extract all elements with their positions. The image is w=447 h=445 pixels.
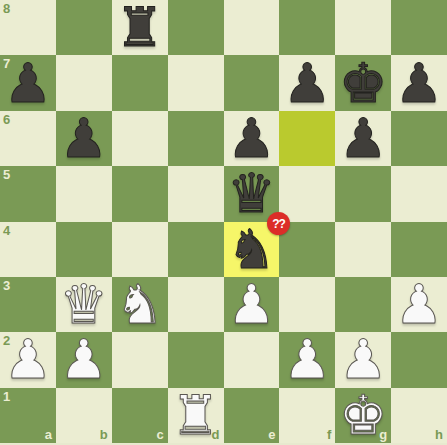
blunder-badge: ?? — [267, 212, 290, 235]
square-h5[interactable] — [391, 166, 447, 221]
white-knight-c3[interactable]: ♞ — [115, 277, 163, 332]
square-e2[interactable] — [224, 332, 280, 387]
square-f6[interactable] — [279, 111, 335, 166]
rank-label-4: 4 — [3, 224, 10, 237]
white-queen-b3[interactable]: ♛ — [60, 277, 108, 332]
file-label-e: e — [268, 428, 275, 441]
square-h3[interactable]: ♟ — [391, 277, 447, 332]
square-g4[interactable] — [335, 222, 391, 277]
white-pawn-b2[interactable]: ♟ — [60, 332, 108, 387]
white-pawn-h3[interactable]: ♟ — [395, 277, 443, 332]
square-f1[interactable]: f — [279, 388, 335, 443]
square-d2[interactable] — [168, 332, 224, 387]
square-d7[interactable] — [168, 55, 224, 110]
rank-label-1: 1 — [3, 390, 10, 403]
square-d6[interactable] — [168, 111, 224, 166]
square-g6[interactable]: ♟ — [335, 111, 391, 166]
white-rook-d1[interactable]: ♜ — [171, 388, 219, 443]
square-e1[interactable]: e — [224, 388, 280, 443]
white-pawn-g2[interactable]: ♟ — [339, 332, 387, 387]
chess-board: 8♜7♟♟♚♟6♟♟♟5♛4♞3♛♞♟♟2♟♟♟♟1abcd♜efg♚h — [0, 0, 447, 443]
square-h7[interactable]: ♟ — [391, 55, 447, 110]
square-d3[interactable] — [168, 277, 224, 332]
square-e3[interactable]: ♟ — [224, 277, 280, 332]
square-d5[interactable] — [168, 166, 224, 221]
square-d4[interactable] — [168, 222, 224, 277]
square-c5[interactable] — [112, 166, 168, 221]
black-pawn-e6[interactable]: ♟ — [227, 111, 275, 166]
square-h8[interactable] — [391, 0, 447, 55]
square-f7[interactable]: ♟ — [279, 55, 335, 110]
black-pawn-a7[interactable]: ♟ — [4, 56, 52, 111]
square-h1[interactable]: h — [391, 388, 447, 443]
square-b6[interactable]: ♟ — [56, 111, 112, 166]
square-a7[interactable]: 7♟ — [0, 55, 56, 110]
rank-label-6: 6 — [3, 113, 10, 126]
square-c3[interactable]: ♞ — [112, 277, 168, 332]
black-pawn-g6[interactable]: ♟ — [339, 111, 387, 166]
black-rook-c8[interactable]: ♜ — [115, 0, 163, 55]
file-label-h: h — [435, 428, 443, 441]
rank-label-3: 3 — [3, 279, 10, 292]
square-e7[interactable] — [224, 55, 280, 110]
rank-label-8: 8 — [3, 2, 10, 15]
white-pawn-e3[interactable]: ♟ — [227, 277, 275, 332]
square-c1[interactable]: c — [112, 388, 168, 443]
square-f8[interactable] — [279, 0, 335, 55]
chess-board-wrap: 8♜7♟♟♚♟6♟♟♟5♛4♞3♛♞♟♟2♟♟♟♟1abcd♜efg♚h ?? — [0, 0, 447, 445]
square-a5[interactable]: 5 — [0, 166, 56, 221]
square-c8[interactable]: ♜ — [112, 0, 168, 55]
square-g2[interactable]: ♟ — [335, 332, 391, 387]
file-label-a: a — [45, 428, 52, 441]
square-h6[interactable] — [391, 111, 447, 166]
file-label-b: b — [100, 428, 108, 441]
square-g1[interactable]: g♚ — [335, 388, 391, 443]
square-c6[interactable] — [112, 111, 168, 166]
square-e6[interactable]: ♟ — [224, 111, 280, 166]
square-f5[interactable] — [279, 166, 335, 221]
square-g7[interactable]: ♚ — [335, 55, 391, 110]
black-queen-e5[interactable]: ♛ — [227, 166, 275, 221]
square-g3[interactable] — [335, 277, 391, 332]
white-pawn-a2[interactable]: ♟ — [4, 332, 52, 387]
square-a3[interactable]: 3 — [0, 277, 56, 332]
square-g5[interactable] — [335, 166, 391, 221]
square-a6[interactable]: 6 — [0, 111, 56, 166]
square-a1[interactable]: 1a — [0, 388, 56, 443]
square-d8[interactable] — [168, 0, 224, 55]
square-e8[interactable] — [224, 0, 280, 55]
white-king-g1[interactable]: ♚ — [339, 388, 387, 443]
square-c4[interactable] — [112, 222, 168, 277]
rank-label-5: 5 — [3, 168, 10, 181]
white-pawn-f2[interactable]: ♟ — [283, 332, 331, 387]
square-a4[interactable]: 4 — [0, 222, 56, 277]
square-b8[interactable] — [56, 0, 112, 55]
square-h2[interactable] — [391, 332, 447, 387]
square-d1[interactable]: d♜ — [168, 388, 224, 443]
square-c2[interactable] — [112, 332, 168, 387]
square-a2[interactable]: 2♟ — [0, 332, 56, 387]
square-b2[interactable]: ♟ — [56, 332, 112, 387]
black-pawn-h7[interactable]: ♟ — [395, 56, 443, 111]
square-f3[interactable] — [279, 277, 335, 332]
black-king-g7[interactable]: ♚ — [339, 56, 387, 111]
square-g8[interactable] — [335, 0, 391, 55]
square-b4[interactable] — [56, 222, 112, 277]
square-b5[interactable] — [56, 166, 112, 221]
square-a8[interactable]: 8 — [0, 0, 56, 55]
black-pawn-f7[interactable]: ♟ — [283, 56, 331, 111]
square-b3[interactable]: ♛ — [56, 277, 112, 332]
file-label-c: c — [156, 428, 163, 441]
file-label-f: f — [327, 428, 331, 441]
square-h4[interactable] — [391, 222, 447, 277]
black-pawn-b6[interactable]: ♟ — [60, 111, 108, 166]
square-b1[interactable]: b — [56, 388, 112, 443]
square-b7[interactable] — [56, 55, 112, 110]
square-f2[interactable]: ♟ — [279, 332, 335, 387]
square-c7[interactable] — [112, 55, 168, 110]
